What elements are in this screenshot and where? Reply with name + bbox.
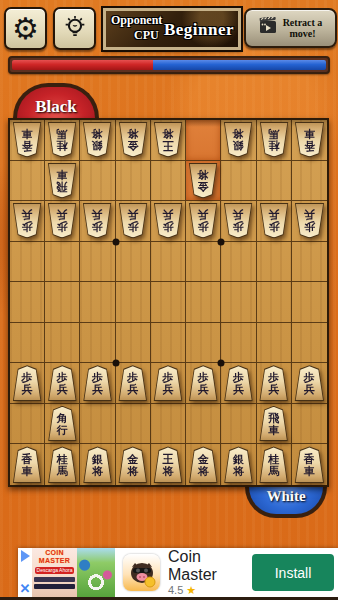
square-r3c8[interactable]: 歩兵 xyxy=(257,201,292,242)
square-r2c5[interactable] xyxy=(151,161,186,202)
top-player-name: Black xyxy=(35,97,77,117)
koma-kanji: 金将 xyxy=(189,164,217,198)
koma-body: 桂馬 xyxy=(47,122,77,158)
square-r7c7[interactable]: 歩兵 xyxy=(221,363,256,404)
square-r4c2[interactable] xyxy=(45,242,80,283)
koma-kanji: 角行 xyxy=(48,407,76,441)
square-r8c3[interactable] xyxy=(80,404,115,445)
koma-body: 香車 xyxy=(12,122,42,158)
square-r8c2[interactable]: 角行 xyxy=(45,404,80,445)
square-r4c4[interactable] xyxy=(116,242,151,283)
ad-creative-ui-rows xyxy=(34,577,75,591)
koma-body: 飛車 xyxy=(47,163,77,199)
bottom-player-name: White xyxy=(266,488,305,505)
koma-kanji: 歩兵 xyxy=(83,204,111,238)
difficulty-value: Beginner xyxy=(164,20,234,40)
install-button[interactable]: Install xyxy=(252,554,334,591)
shogi-piece-lance-bottom[interactable]: 香車 xyxy=(294,446,325,483)
square-r3c9[interactable]: 歩兵 xyxy=(292,201,327,242)
square-r9c4[interactable]: 金将 xyxy=(116,444,151,485)
top-player-badge: Black xyxy=(13,83,99,118)
shogi-piece-pawn-top[interactable]: 歩兵 xyxy=(259,203,289,239)
koma-kanji: 桂馬 xyxy=(48,123,76,157)
opponent-panel[interactable]: Opponent CPU Beginner xyxy=(103,8,241,50)
square-r1c9[interactable]: 香車 xyxy=(292,120,327,161)
koma-body: 歩兵 xyxy=(118,203,148,239)
square-r5c9[interactable] xyxy=(292,282,327,323)
shogi-piece-king-top[interactable]: 王将 xyxy=(153,122,183,158)
square-r3c3[interactable]: 歩兵 xyxy=(80,201,115,242)
square-r3c4[interactable]: 歩兵 xyxy=(116,201,151,242)
star-point xyxy=(112,238,119,245)
koma-body: 銀将 xyxy=(82,446,112,483)
square-r7c4[interactable]: 歩兵 xyxy=(116,363,151,404)
koma-body: 桂馬 xyxy=(259,446,289,483)
ad-app-title: Coin Master xyxy=(168,548,252,584)
koma-body: 歩兵 xyxy=(153,203,183,239)
shogi-piece-gold-general-top[interactable]: 金将 xyxy=(188,163,218,199)
koma-kanji: 金将 xyxy=(189,447,217,482)
square-r7c3[interactable]: 歩兵 xyxy=(80,363,115,404)
koma-body: 歩兵 xyxy=(223,365,253,401)
koma-kanji: 歩兵 xyxy=(48,204,76,238)
square-r6c7[interactable] xyxy=(221,323,256,364)
koma-kanji: 銀将 xyxy=(224,123,252,157)
square-r4c1[interactable] xyxy=(10,242,45,283)
square-r6c2[interactable] xyxy=(45,323,80,364)
shogi-piece-pawn-bottom[interactable]: 歩兵 xyxy=(82,365,112,401)
hint-button[interactable] xyxy=(53,7,96,50)
square-r8c8[interactable]: 飛車 xyxy=(257,404,292,445)
ad-logo-line1: COIN xyxy=(45,549,64,556)
shogi-piece-pawn-top[interactable]: 歩兵 xyxy=(294,203,325,239)
square-r4c6[interactable] xyxy=(186,242,221,283)
square-r1c1[interactable]: 香車 xyxy=(10,120,45,161)
shogi-piece-knight-bottom[interactable]: 桂馬 xyxy=(47,446,77,483)
square-r2c4[interactable] xyxy=(116,161,151,202)
shogi-piece-pawn-top[interactable]: 歩兵 xyxy=(82,203,112,239)
shogi-piece-rook-top[interactable]: 飛車 xyxy=(47,163,77,199)
square-r9c6[interactable]: 金将 xyxy=(186,444,221,485)
koma-body: 金将 xyxy=(188,446,218,483)
square-r6c1[interactable] xyxy=(10,323,45,364)
square-r3c6[interactable]: 歩兵 xyxy=(186,201,221,242)
koma-body: 歩兵 xyxy=(118,365,148,401)
shogi-piece-pawn-bottom[interactable]: 歩兵 xyxy=(153,365,183,401)
shogi-piece-pawn-top[interactable]: 歩兵 xyxy=(12,203,42,239)
square-r1c5[interactable]: 王将 xyxy=(151,120,186,161)
square-r6c3[interactable] xyxy=(80,323,115,364)
shogi-piece-lance-top[interactable]: 香車 xyxy=(294,122,325,158)
koma-kanji: 桂馬 xyxy=(260,123,288,157)
koma-kanji: 歩兵 xyxy=(224,204,252,238)
ad-rating: 4.5 ★ xyxy=(168,584,252,597)
square-r1c3[interactable]: 銀将 xyxy=(80,120,115,161)
shogi-piece-pawn-bottom[interactable]: 歩兵 xyxy=(188,365,218,401)
shogi-piece-pawn-top[interactable]: 歩兵 xyxy=(118,203,148,239)
gear-icon: ⚙ xyxy=(12,14,39,44)
square-r3c7[interactable]: 歩兵 xyxy=(221,201,256,242)
square-r7c2[interactable]: 歩兵 xyxy=(45,363,80,404)
square-r3c5[interactable]: 歩兵 xyxy=(151,201,186,242)
square-r8c6[interactable] xyxy=(186,404,221,445)
square-r3c2[interactable]: 歩兵 xyxy=(45,201,80,242)
koma-kanji: 銀将 xyxy=(83,447,111,482)
koma-kanji: 歩兵 xyxy=(295,204,324,238)
square-r7c6[interactable]: 歩兵 xyxy=(186,363,221,404)
square-r5c6[interactable] xyxy=(186,282,221,323)
koma-kanji: 歩兵 xyxy=(260,204,288,238)
koma-body: 桂馬 xyxy=(259,122,289,158)
shogi-piece-silver-general-bottom[interactable]: 銀将 xyxy=(223,446,253,483)
square-r2c2[interactable]: 飛車 xyxy=(45,161,80,202)
advantage-bar xyxy=(8,56,330,74)
koma-kanji: 歩兵 xyxy=(13,366,41,400)
koma-body: 銀将 xyxy=(223,122,253,158)
koma-kanji: 桂馬 xyxy=(260,447,288,482)
square-r2c9[interactable] xyxy=(292,161,327,202)
koma-kanji: 桂馬 xyxy=(48,447,76,482)
square-r5c3[interactable] xyxy=(80,282,115,323)
shogi-piece-bishop-bottom[interactable]: 角行 xyxy=(47,406,77,442)
shogi-piece-pawn-bottom[interactable]: 歩兵 xyxy=(294,365,325,401)
koma-kanji: 銀将 xyxy=(83,123,111,157)
shogi-piece-lance-bottom[interactable]: 香車 xyxy=(12,446,42,483)
ad-creative-chip: Descarga Ahora xyxy=(35,567,75,574)
koma-body: 金将 xyxy=(118,446,148,483)
koma-kanji: 歩兵 xyxy=(295,366,324,400)
koma-body: 歩兵 xyxy=(47,365,77,401)
bottom-player-badge: White xyxy=(245,487,327,518)
shogi-piece-silver-general-top[interactable]: 銀将 xyxy=(223,122,253,158)
koma-body: 飛車 xyxy=(259,406,289,442)
star-point xyxy=(218,360,225,367)
square-r7c8[interactable]: 歩兵 xyxy=(257,363,292,404)
retract-move-button[interactable]: Retract amove! xyxy=(244,8,337,48)
koma-kanji: 金将 xyxy=(119,447,147,482)
square-r1c6[interactable] xyxy=(186,120,221,161)
shogi-piece-pawn-bottom[interactable]: 歩兵 xyxy=(259,365,289,401)
shogi-piece-gold-general-top[interactable]: 金将 xyxy=(118,122,148,158)
advantage-red-segment xyxy=(12,60,153,70)
square-r8c7[interactable] xyxy=(221,404,256,445)
square-r8c5[interactable] xyxy=(151,404,186,445)
koma-kanji: 飛車 xyxy=(48,164,76,198)
board-grid: 香車桂馬銀将金将王将銀将桂馬香車飛車金将歩兵歩兵歩兵歩兵歩兵歩兵歩兵歩兵歩兵歩兵… xyxy=(10,120,327,485)
koma-body: 金将 xyxy=(118,122,148,158)
square-r8c1[interactable] xyxy=(10,404,45,445)
koma-kanji: 歩兵 xyxy=(260,366,288,400)
square-r5c8[interactable] xyxy=(257,282,292,323)
shogi-piece-pawn-top[interactable]: 歩兵 xyxy=(223,203,253,239)
koma-kanji: 香車 xyxy=(295,123,324,157)
ad-creative-left[interactable]: COIN MASTER Descarga Ahora xyxy=(32,548,77,597)
koma-kanji: 歩兵 xyxy=(119,366,147,400)
square-r6c5[interactable] xyxy=(151,323,186,364)
shogi-piece-pawn-bottom[interactable]: 歩兵 xyxy=(223,365,253,401)
square-r9c2[interactable]: 桂馬 xyxy=(45,444,80,485)
koma-kanji: 歩兵 xyxy=(83,366,111,400)
square-r8c4[interactable] xyxy=(116,404,151,445)
shogi-piece-pawn-top[interactable]: 歩兵 xyxy=(47,203,77,239)
square-r1c2[interactable]: 桂馬 xyxy=(45,120,80,161)
koma-kanji: 王将 xyxy=(154,447,182,482)
shogi-piece-pawn-bottom[interactable]: 歩兵 xyxy=(118,365,148,401)
shogi-piece-pawn-bottom[interactable]: 歩兵 xyxy=(47,365,77,401)
shogi-piece-pawn-top[interactable]: 歩兵 xyxy=(188,203,218,239)
square-r9c5[interactable]: 王将 xyxy=(151,444,186,485)
square-r4c8[interactable] xyxy=(257,242,292,283)
koma-kanji: 香車 xyxy=(295,447,324,482)
square-r7c9[interactable]: 歩兵 xyxy=(292,363,327,404)
koma-kanji: 歩兵 xyxy=(154,204,182,238)
retract-label: Retract amove! xyxy=(283,17,323,39)
shogi-piece-knight-top[interactable]: 桂馬 xyxy=(259,122,289,158)
shogi-piece-gold-general-bottom[interactable]: 金将 xyxy=(188,446,218,483)
ad-meta: Coin Master 4.5 ★ xyxy=(168,548,252,597)
coin-master-app-icon[interactable] xyxy=(123,554,160,591)
square-r4c3[interactable] xyxy=(80,242,115,283)
koma-kanji: 歩兵 xyxy=(119,204,147,238)
square-r4c5[interactable] xyxy=(151,242,186,283)
koma-body: 香車 xyxy=(12,446,42,483)
square-r4c9[interactable] xyxy=(292,242,327,283)
koma-body: 銀将 xyxy=(82,122,112,158)
koma-body: 歩兵 xyxy=(188,203,218,239)
square-r1c7[interactable]: 銀将 xyxy=(221,120,256,161)
square-r3c1[interactable]: 歩兵 xyxy=(10,201,45,242)
koma-body: 歩兵 xyxy=(12,365,42,401)
square-r5c2[interactable] xyxy=(45,282,80,323)
ad-controls: ✕ xyxy=(18,548,32,597)
ad-creative-right[interactable] xyxy=(77,548,115,597)
koma-body: 歩兵 xyxy=(259,365,289,401)
square-r5c4[interactable] xyxy=(116,282,151,323)
koma-body: 歩兵 xyxy=(153,365,183,401)
opponent-label: Opponent xyxy=(111,13,162,28)
star-point xyxy=(218,238,225,245)
square-r2c1[interactable] xyxy=(10,161,45,202)
square-r2c3[interactable] xyxy=(80,161,115,202)
pig-icon xyxy=(127,558,157,588)
square-r9c3[interactable]: 銀将 xyxy=(80,444,115,485)
square-r6c6[interactable] xyxy=(186,323,221,364)
square-r5c1[interactable] xyxy=(10,282,45,323)
koma-body: 歩兵 xyxy=(259,203,289,239)
shogi-piece-rook-bottom[interactable]: 飛車 xyxy=(259,406,289,442)
shogi-piece-pawn-bottom[interactable]: 歩兵 xyxy=(12,365,42,401)
shogi-piece-king-bottom[interactable]: 王将 xyxy=(153,446,183,483)
koma-body: 銀将 xyxy=(223,446,253,483)
koma-kanji: 歩兵 xyxy=(189,204,217,238)
settings-button[interactable]: ⚙ xyxy=(4,7,47,50)
square-r9c7[interactable]: 銀将 xyxy=(221,444,256,485)
koma-kanji: 飛車 xyxy=(260,407,288,441)
square-r9c9[interactable]: 香車 xyxy=(292,444,327,485)
koma-kanji: 歩兵 xyxy=(48,366,76,400)
square-r5c7[interactable] xyxy=(221,282,256,323)
clapperboard-icon xyxy=(259,17,279,39)
opponent-value: CPU xyxy=(134,28,159,43)
koma-kanji: 歩兵 xyxy=(13,204,41,238)
shogi-piece-pawn-top[interactable]: 歩兵 xyxy=(153,203,183,239)
koma-body: 香車 xyxy=(294,122,325,158)
koma-kanji: 歩兵 xyxy=(224,366,252,400)
square-r6c8[interactable] xyxy=(257,323,292,364)
koma-body: 王将 xyxy=(153,122,183,158)
square-r4c7[interactable] xyxy=(221,242,256,283)
star-icon: ★ xyxy=(186,584,196,596)
koma-kanji: 金将 xyxy=(119,123,147,157)
square-r9c1[interactable]: 香車 xyxy=(10,444,45,485)
shogi-piece-lance-top[interactable]: 香車 xyxy=(12,122,42,158)
shogi-piece-gold-general-bottom[interactable]: 金将 xyxy=(118,446,148,483)
shogi-piece-silver-general-top[interactable]: 銀将 xyxy=(82,122,112,158)
square-r8c9[interactable] xyxy=(292,404,327,445)
koma-kanji: 香車 xyxy=(13,447,41,482)
ad-logo-line2: MASTER xyxy=(39,557,70,564)
adchoices-icon[interactable] xyxy=(21,550,30,562)
koma-body: 歩兵 xyxy=(188,365,218,401)
shogi-piece-knight-top[interactable]: 桂馬 xyxy=(47,122,77,158)
square-r2c8[interactable] xyxy=(257,161,292,202)
koma-body: 金将 xyxy=(188,163,218,199)
square-r6c4[interactable] xyxy=(116,323,151,364)
koma-body: 歩兵 xyxy=(82,203,112,239)
koma-body: 歩兵 xyxy=(12,203,42,239)
koma-body: 歩兵 xyxy=(82,365,112,401)
koma-kanji: 歩兵 xyxy=(189,366,217,400)
square-r2c7[interactable] xyxy=(221,161,256,202)
advantage-blue-segment xyxy=(153,60,326,70)
koma-body: 角行 xyxy=(47,406,77,442)
lightbulb-icon xyxy=(61,13,89,45)
koma-body: 歩兵 xyxy=(223,203,253,239)
shogi-piece-knight-bottom[interactable]: 桂馬 xyxy=(259,446,289,483)
star-point xyxy=(112,360,119,367)
square-r7c5[interactable]: 歩兵 xyxy=(151,363,186,404)
koma-body: 歩兵 xyxy=(294,203,325,239)
koma-kanji: 香車 xyxy=(13,123,41,157)
square-r2c6[interactable]: 金将 xyxy=(186,161,221,202)
square-r7c1[interactable]: 歩兵 xyxy=(10,363,45,404)
koma-kanji: 歩兵 xyxy=(154,366,182,400)
square-r9c8[interactable]: 桂馬 xyxy=(257,444,292,485)
ad-banner: ✕ COIN MASTER Descarga Ahora Coin Master… xyxy=(18,548,338,597)
shogi-piece-silver-general-bottom[interactable]: 銀将 xyxy=(82,446,112,483)
advantage-track xyxy=(12,60,326,70)
koma-body: 王将 xyxy=(153,446,183,483)
square-r1c8[interactable]: 桂馬 xyxy=(257,120,292,161)
koma-body: 香車 xyxy=(294,446,325,483)
koma-kanji: 王将 xyxy=(154,123,182,157)
koma-body: 桂馬 xyxy=(47,446,77,483)
square-r5c5[interactable] xyxy=(151,282,186,323)
square-r1c4[interactable]: 金将 xyxy=(116,120,151,161)
shogi-board: 香車桂馬銀将金将王将銀将桂馬香車飛車金将歩兵歩兵歩兵歩兵歩兵歩兵歩兵歩兵歩兵歩兵… xyxy=(8,118,329,487)
koma-kanji: 銀将 xyxy=(224,447,252,482)
ad-close-icon[interactable]: ✕ xyxy=(20,582,31,595)
square-r6c9[interactable] xyxy=(292,323,327,364)
koma-body: 歩兵 xyxy=(294,365,325,401)
koma-body: 歩兵 xyxy=(47,203,77,239)
